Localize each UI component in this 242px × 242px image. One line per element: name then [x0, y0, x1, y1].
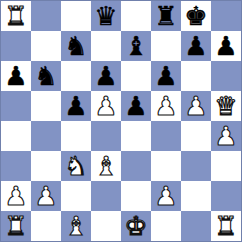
square-c1[interactable]: ♝: [61, 211, 91, 241]
square-h5[interactable]: ♛: [211, 91, 241, 121]
square-e8[interactable]: [121, 1, 151, 31]
square-g7[interactable]: ♟: [181, 31, 211, 61]
square-d6[interactable]: ♟: [91, 61, 121, 91]
square-h6[interactable]: [211, 61, 241, 91]
square-a4[interactable]: [1, 121, 31, 151]
square-d3[interactable]: ♝: [91, 151, 121, 181]
square-e4[interactable]: [121, 121, 151, 151]
square-f3[interactable]: [151, 151, 181, 181]
square-a7[interactable]: [1, 31, 31, 61]
square-d8[interactable]: ♛: [91, 1, 121, 31]
square-a5[interactable]: [1, 91, 31, 121]
piece-white-bishop[interactable]: ♝: [94, 153, 117, 179]
square-b5[interactable]: [31, 91, 61, 121]
square-e6[interactable]: [121, 61, 151, 91]
square-b7[interactable]: [31, 31, 61, 61]
square-f2[interactable]: ♟: [151, 181, 181, 211]
piece-black-pawn[interactable]: ♟: [214, 33, 237, 59]
square-e7[interactable]: ♝: [121, 31, 151, 61]
chess-board: ♜♛♜♚♞♝♟♟♟♞♟♟♟♟♟♟♟♛♟♞♝♟♟♟♜♝♚♜: [0, 0, 242, 242]
square-b2[interactable]: ♟: [31, 181, 61, 211]
piece-white-rook[interactable]: ♜: [4, 213, 27, 239]
square-h7[interactable]: ♟: [211, 31, 241, 61]
piece-black-pawn[interactable]: ♟: [124, 93, 147, 119]
square-g8[interactable]: ♚: [181, 1, 211, 31]
square-e3[interactable]: [121, 151, 151, 181]
square-h1[interactable]: ♜: [211, 211, 241, 241]
square-d2[interactable]: [91, 181, 121, 211]
square-a6[interactable]: ♟: [1, 61, 31, 91]
square-g1[interactable]: [181, 211, 211, 241]
piece-black-king[interactable]: ♚: [184, 3, 207, 29]
square-c2[interactable]: [61, 181, 91, 211]
piece-black-pawn[interactable]: ♟: [184, 33, 207, 59]
square-c8[interactable]: [61, 1, 91, 31]
square-a1[interactable]: ♜: [1, 211, 31, 241]
piece-black-knight[interactable]: ♞: [34, 63, 57, 89]
square-g6[interactable]: [181, 61, 211, 91]
piece-black-rook[interactable]: ♜: [154, 3, 177, 29]
square-f8[interactable]: ♜: [151, 1, 181, 31]
square-e5[interactable]: ♟: [121, 91, 151, 121]
piece-white-pawn[interactable]: ♟: [94, 93, 117, 119]
square-c7[interactable]: ♞: [61, 31, 91, 61]
piece-white-king[interactable]: ♚: [124, 213, 147, 239]
square-h4[interactable]: ♟: [211, 121, 241, 151]
square-f1[interactable]: [151, 211, 181, 241]
square-c6[interactable]: [61, 61, 91, 91]
square-g4[interactable]: [181, 121, 211, 151]
square-d1[interactable]: [91, 211, 121, 241]
square-f6[interactable]: ♟: [151, 61, 181, 91]
square-c3[interactable]: ♞: [61, 151, 91, 181]
square-c5[interactable]: ♟: [61, 91, 91, 121]
square-e1[interactable]: ♚: [121, 211, 151, 241]
piece-white-pawn[interactable]: ♟: [154, 183, 177, 209]
square-b6[interactable]: ♞: [31, 61, 61, 91]
square-b1[interactable]: [31, 211, 61, 241]
square-f7[interactable]: [151, 31, 181, 61]
piece-black-pawn[interactable]: ♟: [64, 93, 87, 119]
square-a2[interactable]: ♟: [1, 181, 31, 211]
square-f5[interactable]: ♟: [151, 91, 181, 121]
square-h3[interactable]: [211, 151, 241, 181]
piece-black-queen[interactable]: ♛: [94, 3, 117, 29]
piece-white-rook[interactable]: ♜: [4, 3, 27, 29]
square-b4[interactable]: [31, 121, 61, 151]
piece-black-pawn[interactable]: ♟: [4, 63, 27, 89]
square-g2[interactable]: [181, 181, 211, 211]
piece-black-knight[interactable]: ♞: [64, 33, 87, 59]
square-e2[interactable]: [121, 181, 151, 211]
piece-black-bishop[interactable]: ♝: [124, 33, 147, 59]
square-c4[interactable]: [61, 121, 91, 151]
square-f4[interactable]: [151, 121, 181, 151]
square-a8[interactable]: ♜: [1, 1, 31, 31]
square-g5[interactable]: ♟: [181, 91, 211, 121]
piece-white-pawn[interactable]: ♟: [34, 183, 57, 209]
square-g3[interactable]: [181, 151, 211, 181]
square-d4[interactable]: [91, 121, 121, 151]
square-h8[interactable]: [211, 1, 241, 31]
square-d7[interactable]: [91, 31, 121, 61]
piece-black-pawn[interactable]: ♟: [94, 63, 117, 89]
piece-black-pawn[interactable]: ♟: [154, 63, 177, 89]
piece-white-queen[interactable]: ♛: [214, 93, 237, 119]
square-h2[interactable]: [211, 181, 241, 211]
piece-white-pawn[interactable]: ♟: [4, 183, 27, 209]
piece-white-pawn[interactable]: ♟: [154, 93, 177, 119]
piece-white-knight[interactable]: ♞: [64, 153, 87, 179]
piece-white-bishop[interactable]: ♝: [64, 213, 87, 239]
square-b3[interactable]: [31, 151, 61, 181]
piece-white-pawn[interactable]: ♟: [214, 123, 237, 149]
square-d5[interactable]: ♟: [91, 91, 121, 121]
piece-white-rook[interactable]: ♜: [214, 213, 237, 239]
piece-white-pawn[interactable]: ♟: [184, 93, 207, 119]
square-a3[interactable]: [1, 151, 31, 181]
square-b8[interactable]: [31, 1, 61, 31]
